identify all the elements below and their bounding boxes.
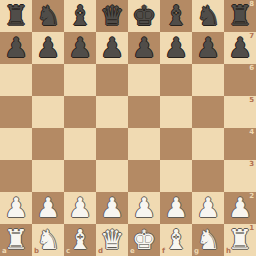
square-b4[interactable]: [32, 128, 64, 160]
square-e4[interactable]: [128, 128, 160, 160]
chess-board: ♜♞♝♛♚♝♞♜8♟♟♟♟♟♟♟♟76543♟♟♟♟♟♟♟♟2♜a♞b♝c♛d♚…: [0, 0, 256, 256]
square-a1[interactable]: ♜a: [0, 224, 32, 256]
square-e5[interactable]: [128, 96, 160, 128]
square-g8[interactable]: ♞: [192, 0, 224, 32]
piece-white-pawn[interactable]: ♟: [164, 192, 188, 224]
piece-white-pawn[interactable]: ♟: [36, 192, 60, 224]
square-b6[interactable]: [32, 64, 64, 96]
square-f7[interactable]: ♟: [160, 32, 192, 64]
square-f5[interactable]: [160, 96, 192, 128]
square-g7[interactable]: ♟: [192, 32, 224, 64]
square-h1[interactable]: ♜1h: [224, 224, 256, 256]
square-h2[interactable]: ♟2: [224, 192, 256, 224]
square-d3[interactable]: [96, 160, 128, 192]
square-e3[interactable]: [128, 160, 160, 192]
square-b2[interactable]: ♟: [32, 192, 64, 224]
square-h4[interactable]: 4: [224, 128, 256, 160]
square-h8[interactable]: ♜8: [224, 0, 256, 32]
piece-black-knight[interactable]: ♞: [196, 0, 220, 32]
square-e8[interactable]: ♚: [128, 0, 160, 32]
square-c6[interactable]: [64, 64, 96, 96]
square-g1[interactable]: ♞g: [192, 224, 224, 256]
square-g3[interactable]: [192, 160, 224, 192]
piece-black-knight[interactable]: ♞: [36, 0, 60, 32]
square-e1[interactable]: ♚e: [128, 224, 160, 256]
square-b8[interactable]: ♞: [32, 0, 64, 32]
square-g2[interactable]: ♟: [192, 192, 224, 224]
piece-black-rook[interactable]: ♜: [228, 0, 252, 32]
piece-white-knight[interactable]: ♞: [36, 224, 60, 256]
square-d8[interactable]: ♛: [96, 0, 128, 32]
square-g4[interactable]: [192, 128, 224, 160]
piece-white-king[interactable]: ♚: [132, 224, 156, 256]
square-c1[interactable]: ♝c: [64, 224, 96, 256]
square-d5[interactable]: [96, 96, 128, 128]
square-e2[interactable]: ♟: [128, 192, 160, 224]
piece-black-pawn[interactable]: ♟: [4, 32, 28, 64]
piece-white-bishop[interactable]: ♝: [164, 224, 188, 256]
square-g5[interactable]: [192, 96, 224, 128]
square-d1[interactable]: ♛d: [96, 224, 128, 256]
square-f4[interactable]: [160, 128, 192, 160]
square-f8[interactable]: ♝: [160, 0, 192, 32]
square-b1[interactable]: ♞b: [32, 224, 64, 256]
piece-black-rook[interactable]: ♜: [4, 0, 28, 32]
square-a2[interactable]: ♟: [0, 192, 32, 224]
square-d6[interactable]: [96, 64, 128, 96]
piece-black-queen[interactable]: ♛: [100, 0, 124, 32]
square-f6[interactable]: [160, 64, 192, 96]
piece-black-pawn[interactable]: ♟: [36, 32, 60, 64]
piece-white-bishop[interactable]: ♝: [68, 224, 92, 256]
square-d4[interactable]: [96, 128, 128, 160]
piece-white-pawn[interactable]: ♟: [132, 192, 156, 224]
rank-label-4: 4: [249, 129, 254, 136]
square-c7[interactable]: ♟: [64, 32, 96, 64]
piece-white-knight[interactable]: ♞: [196, 224, 220, 256]
square-f1[interactable]: ♝f: [160, 224, 192, 256]
square-f2[interactable]: ♟: [160, 192, 192, 224]
rank-label-3: 3: [249, 161, 254, 168]
piece-black-king[interactable]: ♚: [132, 0, 156, 32]
piece-white-pawn[interactable]: ♟: [196, 192, 220, 224]
square-c4[interactable]: [64, 128, 96, 160]
square-h3[interactable]: 3: [224, 160, 256, 192]
piece-black-pawn[interactable]: ♟: [132, 32, 156, 64]
square-h5[interactable]: 5: [224, 96, 256, 128]
rank-label-6: 6: [249, 65, 254, 72]
square-f3[interactable]: [160, 160, 192, 192]
square-c5[interactable]: [64, 96, 96, 128]
square-e6[interactable]: [128, 64, 160, 96]
square-a8[interactable]: ♜: [0, 0, 32, 32]
square-a3[interactable]: [0, 160, 32, 192]
piece-white-pawn[interactable]: ♟: [4, 192, 28, 224]
piece-black-pawn[interactable]: ♟: [68, 32, 92, 64]
square-b3[interactable]: [32, 160, 64, 192]
piece-white-rook[interactable]: ♜: [228, 224, 252, 256]
piece-black-pawn[interactable]: ♟: [100, 32, 124, 64]
square-h7[interactable]: ♟7: [224, 32, 256, 64]
piece-white-pawn[interactable]: ♟: [68, 192, 92, 224]
square-a4[interactable]: [0, 128, 32, 160]
piece-black-pawn[interactable]: ♟: [196, 32, 220, 64]
square-g6[interactable]: [192, 64, 224, 96]
square-d2[interactable]: ♟: [96, 192, 128, 224]
piece-black-pawn[interactable]: ♟: [228, 32, 252, 64]
square-c8[interactable]: ♝: [64, 0, 96, 32]
piece-white-pawn[interactable]: ♟: [100, 192, 124, 224]
piece-white-rook[interactable]: ♜: [4, 224, 28, 256]
rank-label-5: 5: [249, 97, 254, 104]
square-c3[interactable]: [64, 160, 96, 192]
square-h6[interactable]: 6: [224, 64, 256, 96]
piece-black-pawn[interactable]: ♟: [164, 32, 188, 64]
square-e7[interactable]: ♟: [128, 32, 160, 64]
square-d7[interactable]: ♟: [96, 32, 128, 64]
square-a6[interactable]: [0, 64, 32, 96]
square-b7[interactable]: ♟: [32, 32, 64, 64]
piece-black-bishop[interactable]: ♝: [68, 0, 92, 32]
square-a5[interactable]: [0, 96, 32, 128]
square-c2[interactable]: ♟: [64, 192, 96, 224]
piece-white-pawn[interactable]: ♟: [228, 192, 252, 224]
square-b5[interactable]: [32, 96, 64, 128]
piece-black-bishop[interactable]: ♝: [164, 0, 188, 32]
piece-white-queen[interactable]: ♛: [100, 224, 124, 256]
square-a7[interactable]: ♟: [0, 32, 32, 64]
